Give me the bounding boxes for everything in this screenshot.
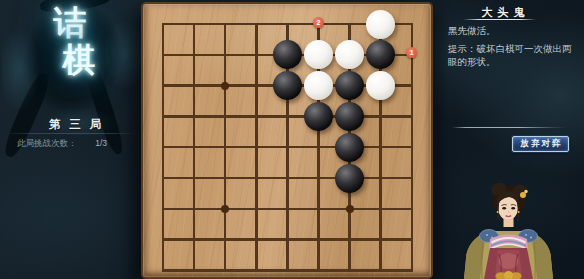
- black-stone: [335, 164, 364, 193]
- white-stone: [335, 40, 364, 69]
- puzzle-mode-title: 诘 棋: [40, 4, 100, 78]
- character-portrait: [447, 176, 567, 279]
- grid-line-horizontal: [162, 177, 413, 180]
- white-stone: [366, 10, 395, 39]
- mode-title-char: 棋: [49, 41, 109, 78]
- move-marker: 2: [313, 17, 324, 28]
- black-stone: [335, 133, 364, 162]
- game-screen: 诘 棋 第三局 此局挑战次数： 1/3 21 大头鬼 黑先做活。 提示：破坏白棋…: [0, 0, 584, 279]
- objective-text: 黑先做活。: [448, 24, 570, 37]
- attempts-value: 1/3: [95, 137, 107, 149]
- white-stone: [304, 71, 333, 100]
- white-stone: [366, 71, 395, 100]
- black-stone: [366, 40, 395, 69]
- grid-line-horizontal: [162, 208, 413, 211]
- star-point: [221, 205, 229, 213]
- hairpin-icon: [524, 190, 527, 193]
- earring-icon: [497, 211, 499, 213]
- black-stone: [335, 102, 364, 131]
- black-stone: [304, 102, 333, 131]
- give-up-button[interactable]: 放弃对弈: [512, 136, 569, 152]
- puzzle-info-panel: 大头鬼 黑先做活。 提示：破坏白棋可一次做出两眼的形状。 放弃对弈: [445, 0, 584, 279]
- hint-text: 提示：破坏白棋可一次做出两眼的形状。: [448, 43, 572, 68]
- mode-title-char: 诘: [40, 4, 100, 41]
- title-underline: [463, 19, 536, 20]
- grid-line-horizontal: [162, 269, 413, 272]
- round-label: 第三局: [0, 117, 150, 132]
- eye: [502, 207, 506, 210]
- goban-grid[interactable]: 21: [163, 24, 412, 270]
- go-board[interactable]: 21: [141, 2, 433, 279]
- divider: [452, 127, 566, 128]
- left-panel: 诘 棋 第三局 此局挑战次数： 1/3: [0, 0, 142, 279]
- star-point: [346, 205, 354, 213]
- black-stone: [273, 40, 302, 69]
- divider: [4, 133, 138, 134]
- grid-line-vertical: [411, 23, 414, 272]
- eye: [511, 207, 515, 210]
- attempts-label: 此局挑战次数：: [17, 137, 77, 149]
- grid-line-horizontal: [162, 238, 413, 241]
- black-stone: [273, 71, 302, 100]
- move-marker: 1: [406, 47, 417, 58]
- attempts-counter: 此局挑战次数： 1/3: [17, 137, 107, 149]
- earring-icon: [518, 211, 520, 213]
- white-stone: [304, 40, 333, 69]
- star-point: [221, 82, 229, 90]
- black-stone: [335, 71, 364, 100]
- grid-line-horizontal: [162, 146, 413, 149]
